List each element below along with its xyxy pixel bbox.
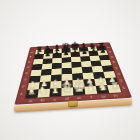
- black-pawn: ♟: [60, 50, 70, 57]
- square-h7: ♟: [96, 50, 107, 55]
- file-label-b: b: [36, 97, 49, 102]
- square-d7: ♟: [61, 52, 70, 57]
- square-e1: ♚: [72, 86, 84, 95]
- square-g7: ♟: [88, 51, 98, 56]
- white-bishop: ♝: [83, 81, 96, 94]
- square-e7: ♟: [70, 52, 80, 57]
- file-label-g: g: [96, 94, 109, 99]
- black-pawn: ♟: [79, 49, 89, 56]
- white-knight: ♞: [36, 85, 49, 96]
- square-a7: ♟: [33, 54, 43, 59]
- square-b1: ♞: [37, 88, 50, 97]
- black-pawn: ♟: [33, 52, 43, 59]
- white-rook: ♜: [24, 87, 36, 97]
- square-c7: ♟: [52, 53, 61, 58]
- square-f6: [79, 56, 89, 62]
- file-label-c: c: [48, 97, 60, 102]
- white-rook: ♜: [107, 82, 119, 92]
- square-d1: ♛: [60, 87, 72, 96]
- file-label-h: h: [108, 93, 122, 98]
- square-b7: ♟: [42, 53, 52, 58]
- square-g1: ♞: [95, 85, 109, 93]
- black-pawn: ♟: [70, 49, 80, 56]
- black-pawn: ♟: [97, 48, 107, 55]
- square-c1: ♝: [48, 88, 60, 97]
- white-knight: ♞: [95, 81, 108, 92]
- square-f1: ♝: [83, 86, 96, 94]
- photo-background: abcdefgh abcdefgh 87654321 87654321 ♜♞♝♛…: [0, 0, 140, 140]
- square-a1: ♜: [25, 89, 38, 98]
- chess-board: abcdefgh abcdefgh 87654321 87654321 ♜♞♝♛…: [14, 42, 132, 105]
- board-grid: ♜♞♝♛♚♝♞♜♟♟♟♟♟♟♟♟♟♟♟♟♟♟♟♟♜♞♝♛♚♝♞♜: [25, 46, 120, 98]
- black-pawn: ♟: [88, 48, 98, 55]
- black-pawn: ♟: [42, 51, 52, 58]
- square-h1: ♜: [106, 84, 120, 92]
- square-b5: [41, 63, 51, 69]
- black-pawn: ♟: [51, 51, 61, 58]
- file-label-f: f: [84, 95, 97, 100]
- square-e5: [70, 61, 80, 67]
- white-king: ♚: [71, 79, 84, 94]
- square-a5: [31, 64, 42, 70]
- white-bishop: ♝: [48, 83, 61, 96]
- file-label-a: a: [23, 98, 36, 104]
- clasp: [68, 101, 77, 108]
- square-f7: ♟: [79, 51, 89, 56]
- white-queen: ♛: [60, 81, 73, 95]
- board-tilt-wrapper: abcdefgh abcdefgh 87654321 87654321 ♜♞♝♛…: [9, 16, 133, 129]
- rank-label-1: 1: [16, 90, 24, 98]
